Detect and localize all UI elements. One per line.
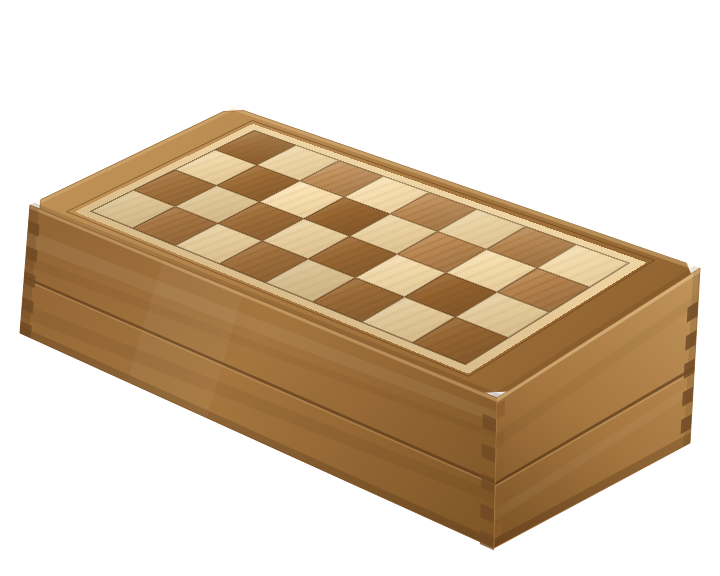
product-photo-stage [0, 0, 720, 576]
